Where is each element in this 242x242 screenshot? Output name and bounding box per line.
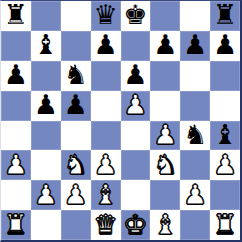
- white-pawn-icon: ♟: [183, 181, 207, 208]
- square-g2[interactable]: ♟: [180, 180, 210, 210]
- square-a7[interactable]: [1, 31, 31, 61]
- square-a3[interactable]: ♟: [1, 150, 31, 180]
- square-e7[interactable]: [121, 31, 151, 61]
- square-h6[interactable]: [210, 61, 240, 91]
- square-d4[interactable]: [91, 121, 121, 151]
- white-pawn-icon: ♟: [93, 151, 117, 178]
- white-rook-icon: ♜: [213, 211, 237, 238]
- square-f2[interactable]: [150, 180, 180, 210]
- black-rook-icon: ♜: [4, 1, 28, 28]
- black-king-icon: ♚: [123, 1, 147, 28]
- square-c6[interactable]: ♞: [61, 61, 91, 91]
- black-knight-icon: ♞: [64, 61, 88, 88]
- square-a8[interactable]: ♜: [1, 1, 31, 31]
- white-rook-icon: ♜: [4, 211, 28, 238]
- square-d2[interactable]: ♝: [91, 180, 121, 210]
- white-knight-icon: ♞: [153, 151, 177, 178]
- square-c2[interactable]: ♟: [61, 180, 91, 210]
- white-pawn-icon: ♟: [64, 181, 88, 208]
- square-h8[interactable]: ♜: [210, 1, 240, 31]
- square-a5[interactable]: [1, 91, 31, 121]
- square-h1[interactable]: ♜: [210, 210, 240, 240]
- white-pawn-icon: ♟: [4, 151, 28, 178]
- square-g3[interactable]: [180, 150, 210, 180]
- square-f1[interactable]: ♝: [150, 210, 180, 240]
- square-e5[interactable]: ♟: [121, 91, 151, 121]
- black-pawn-icon: ♟: [183, 31, 207, 58]
- white-pawn-icon: ♟: [213, 151, 237, 178]
- square-b1[interactable]: [31, 210, 61, 240]
- square-b4[interactable]: [31, 121, 61, 151]
- square-e8[interactable]: ♚: [121, 1, 151, 31]
- square-a4[interactable]: [1, 121, 31, 151]
- white-bishop-icon: ♝: [153, 211, 177, 238]
- square-b5[interactable]: ♟: [31, 91, 61, 121]
- black-pawn-icon: ♟: [123, 61, 147, 88]
- square-e6[interactable]: ♟: [121, 61, 151, 91]
- black-rook-icon: ♜: [213, 1, 237, 28]
- chess-board: ♜♛♚♜♝♟♟♟♟♟♞♟♟♟♟♟♞♝♟♞♟♞♟♟♟♝♟♜♛♚♝♜: [0, 0, 242, 242]
- black-knight-icon: ♞: [183, 121, 207, 148]
- square-d3[interactable]: ♟: [91, 150, 121, 180]
- square-c4[interactable]: [61, 121, 91, 151]
- square-g6[interactable]: [180, 61, 210, 91]
- square-e4[interactable]: [121, 121, 151, 151]
- square-f7[interactable]: ♟: [150, 31, 180, 61]
- square-c1[interactable]: [61, 210, 91, 240]
- black-queen-icon: ♛: [93, 1, 117, 28]
- white-pawn-icon: ♟: [153, 121, 177, 148]
- square-d8[interactable]: ♛: [91, 1, 121, 31]
- square-f8[interactable]: [150, 1, 180, 31]
- square-g8[interactable]: [180, 1, 210, 31]
- white-king-icon: ♚: [123, 211, 147, 238]
- square-h2[interactable]: [210, 180, 240, 210]
- square-d1[interactable]: ♛: [91, 210, 121, 240]
- square-a2[interactable]: [1, 180, 31, 210]
- square-d7[interactable]: ♟: [91, 31, 121, 61]
- square-g5[interactable]: [180, 91, 210, 121]
- square-d6[interactable]: [91, 61, 121, 91]
- square-g1[interactable]: [180, 210, 210, 240]
- square-b3[interactable]: [31, 150, 61, 180]
- square-e1[interactable]: ♚: [121, 210, 151, 240]
- black-pawn-icon: ♟: [153, 31, 177, 58]
- square-g7[interactable]: ♟: [180, 31, 210, 61]
- black-bishop-icon: ♝: [34, 31, 58, 58]
- square-c3[interactable]: ♞: [61, 150, 91, 180]
- square-c7[interactable]: [61, 31, 91, 61]
- square-g4[interactable]: ♞: [180, 121, 210, 151]
- square-f4[interactable]: ♟: [150, 121, 180, 151]
- square-d5[interactable]: [91, 91, 121, 121]
- square-h3[interactable]: ♟: [210, 150, 240, 180]
- square-h4[interactable]: ♝: [210, 121, 240, 151]
- square-f6[interactable]: [150, 61, 180, 91]
- square-c8[interactable]: [61, 1, 91, 31]
- square-b6[interactable]: [31, 61, 61, 91]
- square-e3[interactable]: [121, 150, 151, 180]
- square-b8[interactable]: [31, 1, 61, 31]
- square-b2[interactable]: ♟: [31, 180, 61, 210]
- white-pawn-icon: ♟: [123, 91, 147, 118]
- square-a1[interactable]: ♜: [1, 210, 31, 240]
- square-c5[interactable]: ♟: [61, 91, 91, 121]
- white-pawn-icon: ♟: [34, 181, 58, 208]
- square-a6[interactable]: ♟: [1, 61, 31, 91]
- black-pawn-icon: ♟: [93, 31, 117, 58]
- square-h5[interactable]: [210, 91, 240, 121]
- white-queen-icon: ♛: [93, 211, 117, 238]
- black-pawn-icon: ♟: [213, 31, 237, 58]
- square-h7[interactable]: ♟: [210, 31, 240, 61]
- black-pawn-icon: ♟: [4, 61, 28, 88]
- white-knight-icon: ♞: [64, 151, 88, 178]
- white-bishop-icon: ♝: [93, 181, 117, 208]
- square-e2[interactable]: [121, 180, 151, 210]
- square-b7[interactable]: ♝: [31, 31, 61, 61]
- black-pawn-icon: ♟: [34, 91, 58, 118]
- square-f3[interactable]: ♞: [150, 150, 180, 180]
- black-pawn-icon: ♟: [64, 91, 88, 118]
- square-f5[interactable]: [150, 91, 180, 121]
- black-bishop-icon: ♝: [213, 121, 237, 148]
